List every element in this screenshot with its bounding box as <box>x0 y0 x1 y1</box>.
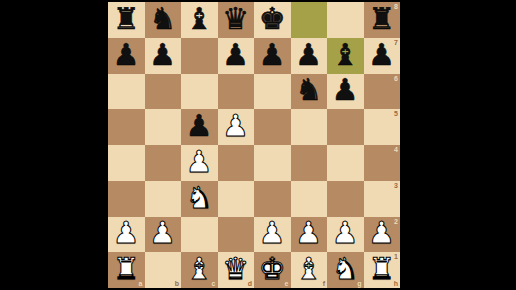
piece-black-pawn-a7[interactable]: ♟ <box>113 40 140 70</box>
video-frame: ♜♞♝♛♚8♜♟♟♟♟♟♝7♟♞♟6♟♟5♟4♞3♟♟♟♟♟2♟a♜bc♝d♛e… <box>0 0 516 290</box>
letterbox-left <box>0 0 108 290</box>
square-a2[interactable]: ♟ <box>108 217 145 253</box>
rank-label-3: 3 <box>394 182 398 189</box>
square-c2[interactable] <box>181 217 218 253</box>
piece-white-pawn-a2[interactable]: ♟ <box>113 218 140 248</box>
square-c8[interactable]: ♝ <box>181 2 218 38</box>
square-h7[interactable]: 7♟ <box>364 38 401 74</box>
square-g5[interactable] <box>327 109 364 145</box>
square-c5[interactable]: ♟ <box>181 109 218 145</box>
square-g4[interactable] <box>327 145 364 181</box>
square-c1[interactable]: c♝ <box>181 252 218 288</box>
square-d7[interactable]: ♟ <box>218 38 255 74</box>
piece-black-bishop-g7[interactable]: ♝ <box>332 40 359 70</box>
square-b3[interactable] <box>145 181 182 217</box>
square-a7[interactable]: ♟ <box>108 38 145 74</box>
piece-black-pawn-b7[interactable]: ♟ <box>149 40 176 70</box>
piece-white-pawn-d5[interactable]: ♟ <box>222 111 249 141</box>
square-e3[interactable] <box>254 181 291 217</box>
piece-white-pawn-b2[interactable]: ♟ <box>149 218 176 248</box>
piece-white-pawn-f2[interactable]: ♟ <box>295 218 322 248</box>
square-h4[interactable]: 4 <box>364 145 401 181</box>
piece-white-knight-g1[interactable]: ♞ <box>332 254 359 284</box>
piece-white-pawn-g2[interactable]: ♟ <box>332 218 359 248</box>
square-a8[interactable]: ♜ <box>108 2 145 38</box>
square-e1[interactable]: e♚ <box>254 252 291 288</box>
piece-white-bishop-c1[interactable]: ♝ <box>186 254 213 284</box>
square-e7[interactable]: ♟ <box>254 38 291 74</box>
file-label-f: f <box>323 280 325 287</box>
square-b8[interactable]: ♞ <box>145 2 182 38</box>
square-e4[interactable] <box>254 145 291 181</box>
letterbox-right <box>400 0 516 290</box>
square-g8[interactable] <box>327 2 364 38</box>
square-g6[interactable]: ♟ <box>327 74 364 110</box>
piece-black-pawn-h7[interactable]: ♟ <box>368 40 395 70</box>
square-a6[interactable] <box>108 74 145 110</box>
square-f5[interactable] <box>291 109 328 145</box>
piece-black-pawn-d7[interactable]: ♟ <box>222 40 249 70</box>
piece-black-queen-d8[interactable]: ♛ <box>222 4 249 34</box>
square-a3[interactable] <box>108 181 145 217</box>
square-f2[interactable]: ♟ <box>291 217 328 253</box>
square-d1[interactable]: d♛ <box>218 252 255 288</box>
piece-white-pawn-h2[interactable]: ♟ <box>368 218 395 248</box>
square-e5[interactable] <box>254 109 291 145</box>
square-c6[interactable] <box>181 74 218 110</box>
square-h1[interactable]: 1h♜ <box>364 252 401 288</box>
square-f4[interactable] <box>291 145 328 181</box>
square-h5[interactable]: 5 <box>364 109 401 145</box>
piece-white-rook-h1[interactable]: ♜ <box>368 254 395 284</box>
square-f8[interactable] <box>291 2 328 38</box>
square-g3[interactable] <box>327 181 364 217</box>
piece-white-knight-c3[interactable]: ♞ <box>186 183 213 213</box>
piece-white-bishop-f1[interactable]: ♝ <box>295 254 322 284</box>
piece-black-bishop-c8[interactable]: ♝ <box>186 4 213 34</box>
square-h3[interactable]: 3 <box>364 181 401 217</box>
square-b7[interactable]: ♟ <box>145 38 182 74</box>
square-d4[interactable] <box>218 145 255 181</box>
piece-black-king-e8[interactable]: ♚ <box>259 4 286 34</box>
square-f6[interactable]: ♞ <box>291 74 328 110</box>
square-g7[interactable]: ♝ <box>327 38 364 74</box>
square-h6[interactable]: 6 <box>364 74 401 110</box>
square-e8[interactable]: ♚ <box>254 2 291 38</box>
piece-black-pawn-f7[interactable]: ♟ <box>295 40 322 70</box>
square-c7[interactable] <box>181 38 218 74</box>
piece-white-king-e1[interactable]: ♚ <box>259 254 286 284</box>
square-h8[interactable]: 8♜ <box>364 2 401 38</box>
square-f3[interactable] <box>291 181 328 217</box>
piece-black-knight-b8[interactable]: ♞ <box>149 4 176 34</box>
square-b4[interactable] <box>145 145 182 181</box>
piece-black-pawn-e7[interactable]: ♟ <box>259 40 286 70</box>
square-e6[interactable] <box>254 74 291 110</box>
square-b5[interactable] <box>145 109 182 145</box>
square-e2[interactable]: ♟ <box>254 217 291 253</box>
piece-white-rook-a1[interactable]: ♜ <box>113 254 140 284</box>
piece-white-pawn-e2[interactable]: ♟ <box>259 218 286 248</box>
square-d8[interactable]: ♛ <box>218 2 255 38</box>
piece-black-pawn-g6[interactable]: ♟ <box>332 75 359 105</box>
square-b6[interactable] <box>145 74 182 110</box>
square-f7[interactable]: ♟ <box>291 38 328 74</box>
piece-black-pawn-c5[interactable]: ♟ <box>186 111 213 141</box>
square-d6[interactable] <box>218 74 255 110</box>
square-a1[interactable]: a♜ <box>108 252 145 288</box>
square-f1[interactable]: f♝ <box>291 252 328 288</box>
piece-white-queen-d1[interactable]: ♛ <box>222 254 249 284</box>
piece-black-rook-h8[interactable]: ♜ <box>368 4 395 34</box>
square-a5[interactable] <box>108 109 145 145</box>
rank-label-4: 4 <box>394 146 398 153</box>
square-b1[interactable]: b <box>145 252 182 288</box>
square-d2[interactable] <box>218 217 255 253</box>
piece-black-knight-f6[interactable]: ♞ <box>295 75 322 105</box>
square-h2[interactable]: 2♟ <box>364 217 401 253</box>
square-d3[interactable] <box>218 181 255 217</box>
square-g2[interactable]: ♟ <box>327 217 364 253</box>
rank-label-5: 5 <box>394 110 398 117</box>
file-label-b: b <box>175 280 179 287</box>
chess-board[interactable]: ♜♞♝♛♚8♜♟♟♟♟♟♝7♟♞♟6♟♟5♟4♞3♟♟♟♟♟2♟a♜bc♝d♛e… <box>108 2 400 288</box>
square-b2[interactable]: ♟ <box>145 217 182 253</box>
square-a4[interactable] <box>108 145 145 181</box>
piece-black-rook-a8[interactable]: ♜ <box>113 4 140 34</box>
piece-white-pawn-c4[interactable]: ♟ <box>186 147 213 177</box>
rank-label-6: 6 <box>394 75 398 82</box>
square-c3[interactable]: ♞ <box>181 181 218 217</box>
square-g1[interactable]: g♞ <box>327 252 364 288</box>
square-d5[interactable]: ♟ <box>218 109 255 145</box>
square-c4[interactable]: ♟ <box>181 145 218 181</box>
